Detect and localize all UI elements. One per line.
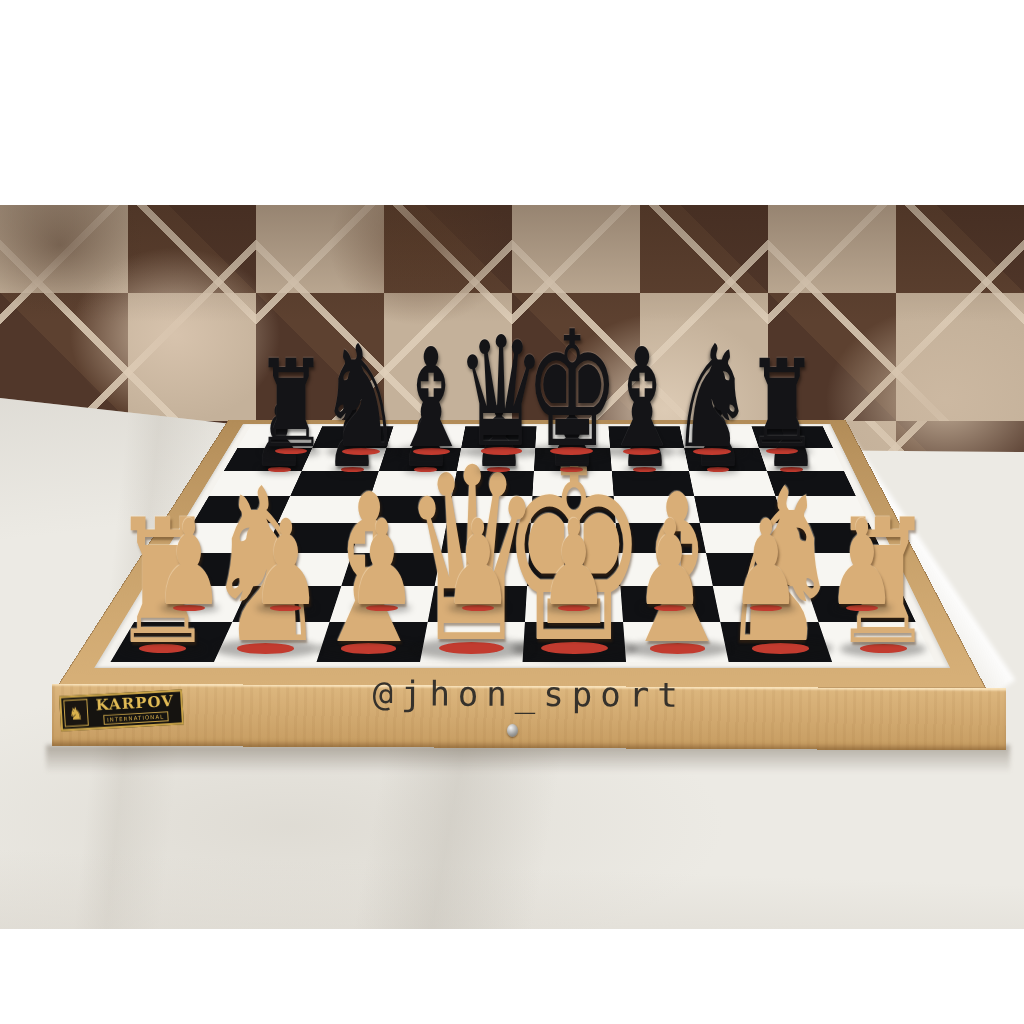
screw-icon: [507, 724, 518, 737]
product-photo: ♞ KARPOV INTERNATIONAL @jhon_sport ♜♞♝♚♛…: [0, 0, 1024, 1024]
piece-black-rook[interactable]: ♜: [255, 345, 327, 466]
piece-white-pawn[interactable]: ♟: [155, 504, 225, 622]
piece-black-knight[interactable]: ♞: [319, 327, 402, 468]
piece-white-pawn[interactable]: ♟: [539, 504, 609, 622]
piece-white-pawn[interactable]: ♟: [347, 504, 417, 622]
piece-white-pawn[interactable]: ♟: [635, 504, 705, 622]
piece-black-rook[interactable]: ♜: [746, 345, 818, 466]
piece-white-pawn[interactable]: ♟: [731, 504, 801, 622]
piece-white-pawn[interactable]: ♟: [443, 504, 513, 622]
piece-white-pawn[interactable]: ♟: [827, 504, 897, 622]
piece-black-knight[interactable]: ♞: [670, 327, 753, 468]
piece-white-pawn[interactable]: ♟: [251, 504, 321, 622]
piece-black-bishop[interactable]: ♝: [391, 330, 472, 467]
brand-subtitle: INTERNATIONAL: [103, 711, 169, 725]
